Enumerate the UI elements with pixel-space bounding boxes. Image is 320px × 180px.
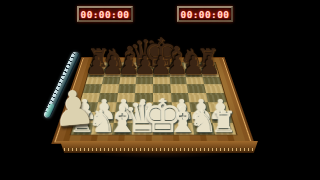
chess-game-screen: 00:00:00 00:00:00 ♟ ♜♞♝♛♚♝♞♜♟♟♟♟♟♟♟♟♟♟♟♟… xyxy=(40,0,280,180)
white-rook-h1[interactable]: ♜ xyxy=(211,108,237,137)
hourglass-icon: ♟ xyxy=(51,83,83,135)
black-pawn-h7[interactable]: ♟ xyxy=(198,53,220,78)
